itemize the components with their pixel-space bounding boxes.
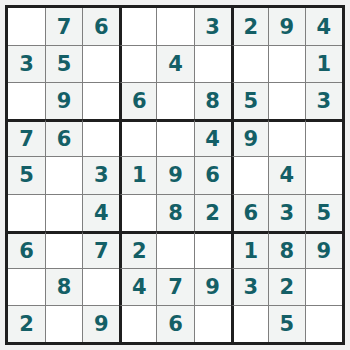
cell-r6c6: 2 <box>194 194 231 231</box>
cell-r9c3: 9 <box>82 305 119 342</box>
cell-r2c4[interactable] <box>119 45 156 82</box>
cell-r8c8: 2 <box>268 268 305 305</box>
cell-r7c5[interactable] <box>156 231 193 268</box>
cell-r7c8: 8 <box>268 231 305 268</box>
cell-r8c7: 3 <box>231 268 268 305</box>
cell-r2c8[interactable] <box>268 45 305 82</box>
cell-r5c9[interactable] <box>305 156 342 193</box>
cell-r4c8[interactable] <box>268 119 305 156</box>
cell-r6c2[interactable] <box>45 194 82 231</box>
cell-r9c2[interactable] <box>45 305 82 342</box>
cell-r8c2: 8 <box>45 268 82 305</box>
cell-r4c5[interactable] <box>156 119 193 156</box>
cell-r5c3: 3 <box>82 156 119 193</box>
cell-r8c9[interactable] <box>305 268 342 305</box>
cell-r9c6[interactable] <box>194 305 231 342</box>
cell-r5c7[interactable] <box>231 156 268 193</box>
cell-r3c2: 9 <box>45 82 82 119</box>
cell-r8c6: 9 <box>194 268 231 305</box>
cell-r1c7: 2 <box>231 8 268 45</box>
cell-r3c9: 3 <box>305 82 342 119</box>
cell-r1c8: 9 <box>268 8 305 45</box>
cell-r7c1: 6 <box>8 231 45 268</box>
cell-r3c3[interactable] <box>82 82 119 119</box>
cell-r6c1[interactable] <box>8 194 45 231</box>
cell-r3c1[interactable] <box>8 82 45 119</box>
cell-r5c1: 5 <box>8 156 45 193</box>
cell-r7c7: 1 <box>231 231 268 268</box>
cell-r6c4[interactable] <box>119 194 156 231</box>
cell-r1c4[interactable] <box>119 8 156 45</box>
cell-r4c7: 9 <box>231 119 268 156</box>
cell-r3c4: 6 <box>119 82 156 119</box>
cell-r5c8: 4 <box>268 156 305 193</box>
cell-r4c1: 7 <box>8 119 45 156</box>
cell-r7c6[interactable] <box>194 231 231 268</box>
cell-r5c6: 6 <box>194 156 231 193</box>
cell-r2c7[interactable] <box>231 45 268 82</box>
cell-r3c5[interactable] <box>156 82 193 119</box>
cell-r3c6: 8 <box>194 82 231 119</box>
cell-r6c9: 5 <box>305 194 342 231</box>
cell-r2c3[interactable] <box>82 45 119 82</box>
cell-r8c4: 4 <box>119 268 156 305</box>
cell-r4c4[interactable] <box>119 119 156 156</box>
cell-r2c5: 4 <box>156 45 193 82</box>
cell-r6c8: 3 <box>268 194 305 231</box>
cell-r6c3: 4 <box>82 194 119 231</box>
cell-r8c1[interactable] <box>8 268 45 305</box>
cell-r9c5: 6 <box>156 305 193 342</box>
cell-r1c2: 7 <box>45 8 82 45</box>
cell-r1c9: 4 <box>305 8 342 45</box>
sudoku-board: 7632943541968537649531964482635672189847… <box>5 5 345 345</box>
cell-r6c7: 6 <box>231 194 268 231</box>
cell-r7c3: 7 <box>82 231 119 268</box>
cell-r3c8[interactable] <box>268 82 305 119</box>
cell-r9c1: 2 <box>8 305 45 342</box>
cell-r1c6: 3 <box>194 8 231 45</box>
cell-r9c8: 5 <box>268 305 305 342</box>
cell-r9c9[interactable] <box>305 305 342 342</box>
cell-r3c7: 5 <box>231 82 268 119</box>
cell-r8c5: 7 <box>156 268 193 305</box>
cell-r4c6: 4 <box>194 119 231 156</box>
cell-r1c5[interactable] <box>156 8 193 45</box>
cell-r7c4: 2 <box>119 231 156 268</box>
cell-r2c1: 3 <box>8 45 45 82</box>
cell-r5c5: 9 <box>156 156 193 193</box>
cell-r2c6[interactable] <box>194 45 231 82</box>
cell-r7c2[interactable] <box>45 231 82 268</box>
cell-r5c2[interactable] <box>45 156 82 193</box>
cell-r6c5: 8 <box>156 194 193 231</box>
cell-r1c1[interactable] <box>8 8 45 45</box>
cell-r1c3: 6 <box>82 8 119 45</box>
cell-r9c4[interactable] <box>119 305 156 342</box>
cell-r2c9: 1 <box>305 45 342 82</box>
cell-r8c3[interactable] <box>82 268 119 305</box>
cell-r4c9[interactable] <box>305 119 342 156</box>
cell-r7c9: 9 <box>305 231 342 268</box>
cell-r5c4: 1 <box>119 156 156 193</box>
cell-r2c2: 5 <box>45 45 82 82</box>
cell-r4c3[interactable] <box>82 119 119 156</box>
sudoku-page: 7632943541968537649531964482635672189847… <box>0 0 350 350</box>
cell-r4c2: 6 <box>45 119 82 156</box>
cell-r9c7[interactable] <box>231 305 268 342</box>
